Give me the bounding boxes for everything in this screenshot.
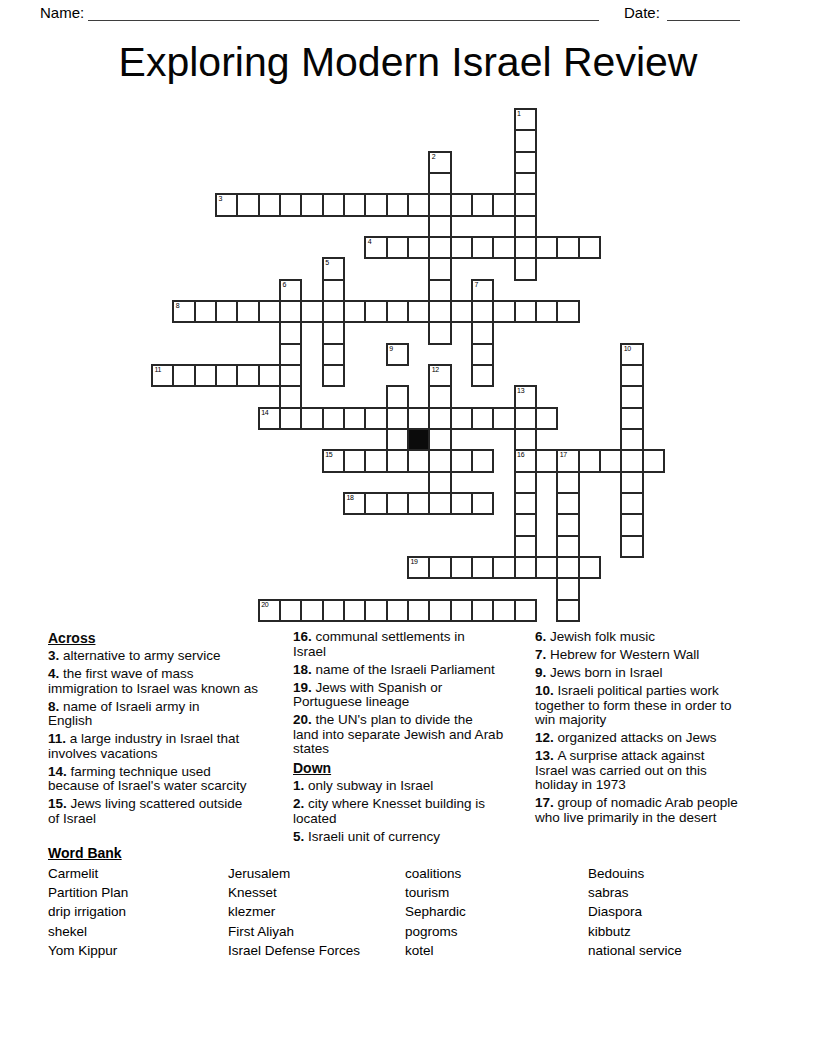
grid-cell[interactable]: [279, 343, 302, 366]
clue-section-header: Across: [48, 630, 298, 646]
grid-cell[interactable]: [236, 364, 259, 387]
cell-number: 17: [560, 451, 567, 459]
clue-text: a large industry in Israel that involves…: [48, 731, 239, 761]
grid-cell[interactable]: [343, 193, 366, 216]
grid-cell[interactable]: [514, 151, 537, 174]
grid-cell[interactable]: 18: [343, 492, 366, 515]
cell-number: 2: [432, 153, 436, 161]
grid-cell[interactable]: [578, 556, 601, 579]
grid-cell[interactable]: [172, 364, 195, 387]
grid-cell[interactable]: [322, 407, 345, 430]
grid-cell[interactable]: [300, 193, 323, 216]
clue-down-6: 6. Jewish folk music: [535, 630, 795, 645]
grid-cell[interactable]: [535, 407, 558, 430]
word-bank-item: klezmer: [228, 902, 360, 921]
clue-number: 16.: [293, 629, 316, 644]
grid-cell[interactable]: 15: [322, 449, 345, 472]
grid-cell[interactable]: [556, 577, 579, 600]
grid-cell[interactable]: [364, 407, 387, 430]
word-bank-item: Bedouins: [588, 864, 682, 883]
grid-cell[interactable]: [386, 236, 409, 259]
grid-cell[interactable]: [279, 321, 302, 344]
grid-cell[interactable]: [279, 385, 302, 408]
word-bank-item: kibbutz: [588, 922, 682, 941]
grid-cell[interactable]: [578, 236, 601, 259]
grid-cell[interactable]: [556, 556, 579, 579]
grid-cell[interactable]: [556, 492, 579, 515]
word-bank-item: Israel Defense Forces: [228, 941, 360, 960]
grid-cell[interactable]: 4: [364, 236, 387, 259]
grid-cell[interactable]: [450, 599, 473, 622]
grid-cell[interactable]: [471, 321, 494, 344]
clue-across-4: 4. the first wave of mass immigration to…: [48, 667, 298, 696]
clue-number: 9.: [535, 665, 550, 680]
grid-cell[interactable]: 1: [514, 108, 537, 131]
grid-cell[interactable]: [386, 449, 409, 472]
grid-cell[interactable]: [492, 599, 515, 622]
word-bank-item: First Aliyah: [228, 922, 360, 941]
word-bank-item: Jerusalem: [228, 864, 360, 883]
cell-number: 11: [155, 366, 162, 374]
grid-cell[interactable]: [258, 193, 281, 216]
grid-cell[interactable]: [471, 449, 494, 472]
grid-cell[interactable]: [620, 513, 643, 536]
grid-cell[interactable]: [556, 236, 579, 259]
grid-cell[interactable]: [407, 407, 430, 430]
clue-across-11: 11. a large industry in Israel that invo…: [48, 732, 298, 761]
cell-number: 7: [474, 281, 478, 289]
grid-cell[interactable]: [428, 279, 451, 302]
grid-cell[interactable]: [258, 300, 281, 323]
grid-cell[interactable]: [428, 257, 451, 280]
clue-down-13: 13. A surprise attack against Israel was…: [535, 749, 795, 793]
word-bank-item: Carmelit: [48, 864, 128, 883]
cell-number: 18: [346, 494, 353, 502]
clue-across-8: 8. name of Israeli army in English: [48, 700, 298, 729]
grid-cell[interactable]: [428, 471, 451, 494]
grid-cell[interactable]: [407, 449, 430, 472]
clue-down-17: 17. group of nomadic Arab people who liv…: [535, 796, 795, 825]
word-bank-item: Diaspora: [588, 902, 682, 921]
clue-number: 15.: [48, 796, 71, 811]
clue-text: Hebrew for Western Wall: [550, 647, 699, 662]
grid-cell[interactable]: [514, 215, 537, 238]
grid-cell[interactable]: [514, 492, 537, 515]
clue-number: 5.: [293, 829, 308, 844]
word-bank: Word Bank CarmelitPartition Plandrip irr…: [48, 845, 768, 965]
grid-cell[interactable]: 20: [258, 599, 281, 622]
clue-number: 11.: [48, 731, 70, 746]
grid-cell[interactable]: 6: [279, 279, 302, 302]
word-bank-item: pogroms: [405, 922, 466, 941]
word-bank-item: national service: [588, 941, 682, 960]
grid-cell[interactable]: [471, 236, 494, 259]
grid-cell[interactable]: [471, 193, 494, 216]
grid-cell[interactable]: [492, 300, 515, 323]
grid-cell[interactable]: [343, 449, 366, 472]
cell-number: 4: [368, 238, 372, 246]
grid-cell[interactable]: [450, 300, 473, 323]
grid-cell[interactable]: [514, 599, 537, 622]
grid-cell[interactable]: [471, 492, 494, 515]
grid-cell[interactable]: [343, 599, 366, 622]
word-bank-column: BedouinssabrasDiasporakibbutznational se…: [588, 864, 682, 960]
grid-cell[interactable]: [514, 428, 537, 451]
grid-cell[interactable]: [471, 407, 494, 430]
clue-number: 1.: [293, 778, 308, 793]
grid-cell[interactable]: [471, 364, 494, 387]
grid-cell[interactable]: 19: [407, 556, 430, 579]
word-bank-item: drip irrigation: [48, 902, 128, 921]
clue-text: alternative to army service: [63, 648, 221, 663]
grid-cell[interactable]: [556, 599, 579, 622]
grid-cell[interactable]: [364, 599, 387, 622]
clue-number: 19.: [293, 680, 316, 695]
grid-cell[interactable]: [279, 407, 302, 430]
clue-text: Israeli unit of currency: [308, 829, 440, 844]
grid-cell[interactable]: [322, 321, 345, 344]
grid-cell[interactable]: [450, 193, 473, 216]
grid-cell[interactable]: [514, 236, 537, 259]
grid-cell[interactable]: [642, 449, 665, 472]
grid-cell[interactable]: [514, 257, 537, 280]
clue-text: farming technique used because of Israel…: [48, 764, 246, 794]
clue-number: 10.: [535, 683, 558, 698]
word-bank-item: sabras: [588, 883, 682, 902]
grid-cell[interactable]: [620, 492, 643, 515]
grid-cell[interactable]: [386, 428, 409, 451]
word-bank-item: shekel: [48, 922, 128, 941]
name-input-line[interactable]: [88, 1, 599, 21]
grid-cell[interactable]: [322, 300, 345, 323]
grid-cell[interactable]: [428, 193, 451, 216]
grid-cell[interactable]: 14: [258, 407, 281, 430]
grid-cell[interactable]: [428, 215, 451, 238]
cell-number: 8: [176, 302, 180, 310]
clue-number: 6.: [535, 629, 550, 644]
grid-cell[interactable]: [194, 364, 217, 387]
cell-number: 19: [410, 558, 417, 566]
grid-cell[interactable]: 16: [514, 449, 537, 472]
grid-cell[interactable]: [471, 300, 494, 323]
clue-across-19: 19. Jews with Spanish or Portuguese line…: [293, 681, 535, 710]
clue-down-12: 12. organized attacks on Jews: [535, 731, 795, 746]
clue-text: Jews with Spanish or Portuguese lineage: [293, 680, 442, 710]
clue-number: 2.: [293, 796, 308, 811]
word-bank-item: tourism: [405, 883, 466, 902]
grid-cell[interactable]: [535, 556, 558, 579]
grid-cell[interactable]: [279, 193, 302, 216]
grid-cell[interactable]: [386, 492, 409, 515]
clue-across-18: 18. name of the Israeli Parliament: [293, 663, 535, 678]
clue-text: city where Knesset building is located: [293, 796, 485, 826]
clue-number: 7.: [535, 647, 550, 662]
grid-cell[interactable]: [428, 449, 451, 472]
cell-number: 16: [517, 451, 524, 459]
clue-text: name of the Israeli Parliament: [316, 662, 495, 677]
grid-cell[interactable]: [279, 300, 302, 323]
grid-cell[interactable]: [322, 599, 345, 622]
word-bank-column: CarmelitPartition Plandrip irrigationshe…: [48, 864, 128, 960]
clue-down-2: 2. city where Knesset building is locate…: [293, 797, 535, 826]
cell-number: 1: [517, 110, 521, 118]
grid-cell[interactable]: [599, 449, 622, 472]
clue-across-3: 3. alternative to army service: [48, 649, 298, 664]
grid-cell[interactable]: [322, 279, 345, 302]
grid-cell[interactable]: [620, 428, 643, 451]
grid-cell[interactable]: [450, 492, 473, 515]
grid-cell[interactable]: 10: [620, 343, 643, 366]
clue-across-16: 16. communal settlements in Israel: [293, 630, 535, 659]
clue-text: communal settlements in Israel: [293, 629, 465, 659]
grid-cell[interactable]: 13: [514, 385, 537, 408]
word-bank-column: JerusalemKnessetklezmerFirst AliyahIsrae…: [228, 864, 360, 960]
grid-cell[interactable]: 11: [151, 364, 174, 387]
grid-cell[interactable]: [450, 449, 473, 472]
grid-cell[interactable]: 5: [322, 257, 345, 280]
grid-cell[interactable]: [428, 321, 451, 344]
grid-cell[interactable]: 2: [428, 151, 451, 174]
grid-cell[interactable]: [578, 449, 601, 472]
grid-cell[interactable]: [450, 236, 473, 259]
grid-cell[interactable]: [556, 513, 579, 536]
grid-cell[interactable]: [322, 364, 345, 387]
grid-cell[interactable]: [514, 193, 537, 216]
grid-cell[interactable]: [535, 236, 558, 259]
grid-cell[interactable]: [514, 300, 537, 323]
clue-text: only subway in Israel: [308, 778, 433, 793]
grid-cell[interactable]: [215, 364, 238, 387]
clue-number: 14.: [48, 764, 71, 779]
grid-cell[interactable]: [620, 364, 643, 387]
grid-cell[interactable]: [428, 300, 451, 323]
grid-cell[interactable]: [620, 449, 643, 472]
clue-text: Israeli political parties work together …: [535, 683, 732, 727]
grid-cell[interactable]: [492, 236, 515, 259]
grid-cell[interactable]: [322, 193, 345, 216]
crossword-worksheet: Name: Date: Exploring Modern Israel Revi…: [0, 0, 816, 1056]
grid-cell[interactable]: 8: [172, 300, 195, 323]
grid-cell[interactable]: [620, 407, 643, 430]
grid-cell[interactable]: [428, 492, 451, 515]
clue-number: 12.: [535, 730, 558, 745]
clue-across-15: 15. Jews living scattered outside of Isr…: [48, 797, 298, 826]
clue-text: Jews living scattered outside of Israel: [48, 796, 242, 826]
clue-number: 17.: [535, 795, 558, 810]
clue-number: 18.: [293, 662, 316, 677]
grid-cell[interactable]: [535, 449, 558, 472]
grid-cell[interactable]: [556, 471, 579, 494]
grid-cell[interactable]: [535, 300, 558, 323]
grid-cell[interactable]: [620, 471, 643, 494]
word-bank-title: Word Bank: [48, 845, 768, 861]
clue-text: the first wave of mass immigration to Is…: [48, 666, 258, 696]
cell-number: 13: [517, 387, 524, 395]
grid-cell[interactable]: [556, 535, 579, 558]
grid-cell[interactable]: [364, 492, 387, 515]
grid-cell[interactable]: [364, 449, 387, 472]
grid-cell[interactable]: 7: [471, 279, 494, 302]
clue-text: Jewish folk music: [550, 629, 655, 644]
grid-cell[interactable]: [428, 385, 451, 408]
grid-cell[interactable]: [407, 300, 430, 323]
clue-down-10: 10. Israeli political parties work toget…: [535, 684, 795, 728]
grid-cell[interactable]: 12: [428, 364, 451, 387]
grid-cell[interactable]: [194, 300, 217, 323]
cell-number: 6: [282, 281, 286, 289]
grid-cell[interactable]: [514, 513, 537, 536]
grid-cell[interactable]: [471, 556, 494, 579]
cell-number: 14: [261, 409, 268, 417]
date-input-line[interactable]: [667, 1, 740, 21]
grid-cell[interactable]: [343, 407, 366, 430]
grid-cell[interactable]: [428, 556, 451, 579]
grid-cell[interactable]: [514, 172, 537, 195]
grid-cell[interactable]: [428, 428, 451, 451]
word-bank-column: coalitionstourismSephardicpogromskotel: [405, 864, 466, 960]
grid-cell[interactable]: [450, 556, 473, 579]
clue-text: name of Israeli army in English: [48, 699, 200, 729]
clues-column-3: 6. Jewish folk music7. Hebrew for Wester…: [535, 630, 795, 829]
grid-cell[interactable]: [407, 193, 430, 216]
grid-cell[interactable]: [556, 300, 579, 323]
word-bank-item: Yom Kippur: [48, 941, 128, 960]
cell-number: 15: [325, 451, 332, 459]
grid-cell[interactable]: [343, 300, 366, 323]
word-bank-item: Sephardic: [405, 902, 466, 921]
grid-cell[interactable]: [386, 599, 409, 622]
cell-number: 3: [218, 195, 222, 203]
grid-cell[interactable]: [514, 471, 537, 494]
grid-cell[interactable]: [514, 556, 537, 579]
grid-cell[interactable]: [386, 385, 409, 408]
grid-cell[interactable]: [428, 599, 451, 622]
grid-cell[interactable]: [279, 599, 302, 622]
word-bank-item: coalitions: [405, 864, 466, 883]
grid-cell[interactable]: [236, 193, 259, 216]
grid-cell[interactable]: [279, 364, 302, 387]
grid-cell[interactable]: [514, 535, 537, 558]
grid-cell[interactable]: 3: [215, 193, 238, 216]
clue-down-9: 9. Jews born in Israel: [535, 666, 795, 681]
name-label: Name:: [40, 4, 84, 21]
word-bank-item: kotel: [405, 941, 466, 960]
clues-column-2: 16. communal settlements in Israel18. na…: [293, 630, 535, 848]
grid-cell[interactable]: [300, 300, 323, 323]
cell-number: 12: [432, 366, 439, 374]
grid-cell[interactable]: [407, 599, 430, 622]
grid-cell[interactable]: [215, 300, 238, 323]
clue-number: 13.: [535, 748, 558, 763]
clue-down-7: 7. Hebrew for Western Wall: [535, 648, 795, 663]
black-cell: [407, 428, 430, 451]
grid-cell[interactable]: [258, 364, 281, 387]
grid-cell[interactable]: [322, 343, 345, 366]
clue-number: 3.: [48, 648, 63, 663]
grid-cell[interactable]: [364, 193, 387, 216]
cell-number: 10: [624, 345, 631, 353]
grid-cell[interactable]: [492, 407, 515, 430]
clue-section-header: Down: [293, 760, 535, 776]
grid-cell[interactable]: [514, 407, 537, 430]
clue-text: group of nomadic Arab people who live pr…: [535, 795, 738, 825]
word-bank-item: Knesset: [228, 883, 360, 902]
clues-column-1: Across3. alternative to army service4. t…: [48, 630, 298, 830]
grid-cell[interactable]: 9: [386, 343, 409, 366]
grid-cell[interactable]: [514, 129, 537, 152]
clue-number: 4.: [48, 666, 63, 681]
clue-across-14: 14. farming technique used because of Is…: [48, 765, 298, 794]
cell-number: 9: [389, 345, 393, 353]
grid-cell[interactable]: [386, 193, 409, 216]
grid-cell[interactable]: 17: [556, 449, 579, 472]
clue-text: the UN's plan to divide the land into se…: [293, 712, 503, 756]
clue-text: Jews born in Israel: [550, 665, 663, 680]
grid-cell[interactable]: [428, 407, 451, 430]
clue-across-20: 20. the UN's plan to divide the land int…: [293, 713, 535, 757]
grid-cell[interactable]: [407, 236, 430, 259]
grid-cell[interactable]: [386, 300, 409, 323]
word-bank-item: Partition Plan: [48, 883, 128, 902]
grid-cell[interactable]: [386, 407, 409, 430]
date-label: Date:: [624, 4, 660, 21]
grid-cell[interactable]: [300, 599, 323, 622]
clue-text: A surprise attack against Israel was car…: [535, 748, 707, 792]
clue-text: organized attacks on Jews: [558, 730, 717, 745]
page-title: Exploring Modern Israel Review: [0, 39, 816, 86]
clue-down-5: 5. Israeli unit of currency: [293, 830, 535, 845]
grid-cell[interactable]: [407, 492, 430, 515]
grid-cell[interactable]: [364, 300, 387, 323]
grid-cell[interactable]: [492, 556, 515, 579]
grid-cell[interactable]: [236, 300, 259, 323]
clue-down-1: 1. only subway in Israel: [293, 779, 535, 794]
grid-cell[interactable]: [471, 599, 494, 622]
grid-cell[interactable]: [620, 535, 643, 558]
grid-cell[interactable]: [428, 172, 451, 195]
clue-number: 8.: [48, 699, 63, 714]
grid-cell[interactable]: [428, 236, 451, 259]
grid-cell[interactable]: [300, 407, 323, 430]
grid-cell[interactable]: [492, 193, 515, 216]
cell-number: 20: [261, 601, 268, 609]
grid-cell[interactable]: [620, 385, 643, 408]
cell-number: 5: [325, 259, 329, 267]
clue-number: 20.: [293, 712, 316, 727]
grid-cell[interactable]: [450, 407, 473, 430]
grid-cell[interactable]: [471, 343, 494, 366]
